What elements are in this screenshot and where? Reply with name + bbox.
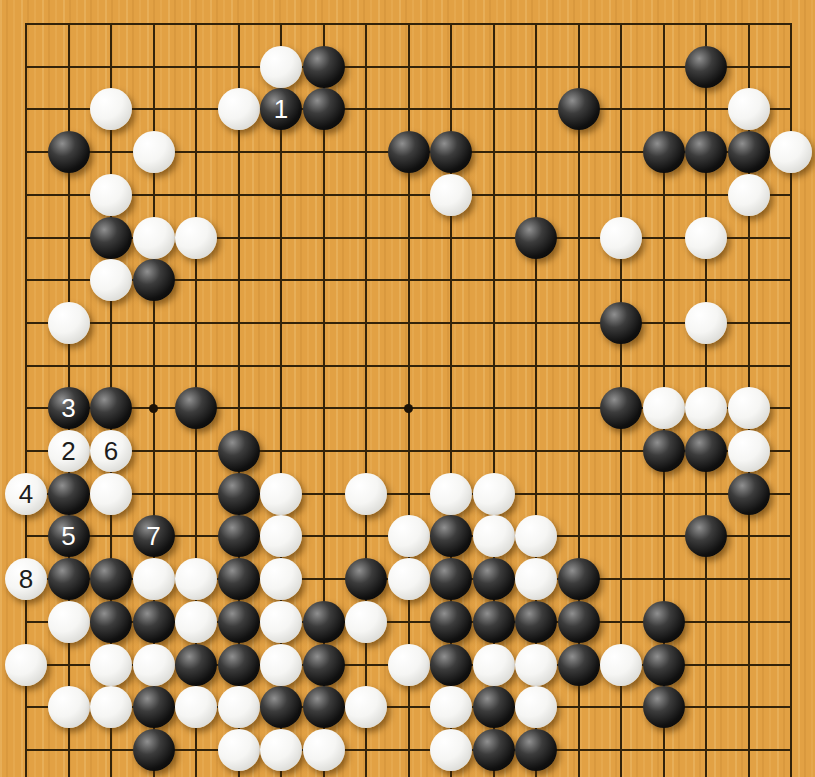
stone-black[interactable] <box>643 430 685 472</box>
stone-white[interactable] <box>643 387 685 429</box>
stone-white[interactable] <box>260 644 302 686</box>
stone-black[interactable] <box>685 131 727 173</box>
move-number-label: 2 <box>61 438 75 464</box>
stone-black[interactable] <box>430 515 472 557</box>
stone-black[interactable] <box>515 601 557 643</box>
stone-black[interactable] <box>728 473 770 515</box>
stone-black[interactable] <box>133 259 175 301</box>
stone-black[interactable] <box>728 131 770 173</box>
stone-black[interactable]: 7 <box>133 515 175 557</box>
stone-black[interactable] <box>218 473 260 515</box>
stone-black[interactable] <box>643 601 685 643</box>
move-number-label: 4 <box>19 481 33 507</box>
stone-black[interactable] <box>430 601 472 643</box>
stone-white[interactable] <box>430 473 472 515</box>
stone-black[interactable] <box>643 686 685 728</box>
move-number-label: 7 <box>146 523 160 549</box>
stone-black[interactable]: 3 <box>48 387 90 429</box>
stone-white[interactable] <box>175 558 217 600</box>
stone-white[interactable] <box>345 473 387 515</box>
stone-white[interactable] <box>175 601 217 643</box>
stone-white[interactable] <box>260 729 302 771</box>
stone-black[interactable] <box>558 644 600 686</box>
stone-black[interactable] <box>218 558 260 600</box>
stone-white[interactable] <box>728 387 770 429</box>
stone-black[interactable] <box>473 601 515 643</box>
stone-white[interactable] <box>515 644 557 686</box>
move-number-label: 5 <box>61 523 75 549</box>
stone-white[interactable] <box>685 302 727 344</box>
stone-black[interactable] <box>473 558 515 600</box>
stone-black[interactable] <box>685 515 727 557</box>
stone-black[interactable] <box>90 601 132 643</box>
stone-white[interactable] <box>600 644 642 686</box>
stone-black[interactable] <box>430 558 472 600</box>
stone-white[interactable] <box>345 686 387 728</box>
grid-line-horizontal <box>25 365 792 367</box>
stone-white[interactable] <box>133 217 175 259</box>
star-point <box>149 404 158 413</box>
stone-white[interactable] <box>260 46 302 88</box>
stone-white[interactable] <box>5 644 47 686</box>
stone-white[interactable] <box>48 601 90 643</box>
stone-black[interactable] <box>600 302 642 344</box>
stone-white[interactable] <box>388 558 430 600</box>
stone-white[interactable] <box>175 686 217 728</box>
stone-white[interactable] <box>303 729 345 771</box>
grid-line-horizontal <box>25 194 792 196</box>
grid-line-horizontal <box>25 322 792 324</box>
stone-white[interactable] <box>48 686 90 728</box>
stone-black[interactable] <box>48 131 90 173</box>
stone-white[interactable] <box>90 473 132 515</box>
stone-black[interactable] <box>175 644 217 686</box>
stone-white[interactable] <box>728 174 770 216</box>
stone-black[interactable]: 1 <box>260 88 302 130</box>
stone-black[interactable] <box>133 686 175 728</box>
stone-black[interactable] <box>303 644 345 686</box>
stone-white[interactable] <box>218 729 260 771</box>
stone-white[interactable] <box>133 558 175 600</box>
stone-white[interactable] <box>728 88 770 130</box>
stone-white[interactable] <box>430 729 472 771</box>
stone-black[interactable] <box>218 430 260 472</box>
stone-white[interactable] <box>218 88 260 130</box>
stone-black[interactable] <box>48 473 90 515</box>
stone-black[interactable] <box>558 601 600 643</box>
stone-black[interactable] <box>48 558 90 600</box>
stone-white[interactable]: 4 <box>5 473 47 515</box>
move-number-label: 6 <box>104 438 118 464</box>
stone-white[interactable] <box>430 174 472 216</box>
stone-black[interactable] <box>558 558 600 600</box>
stone-black[interactable] <box>218 601 260 643</box>
stone-white[interactable] <box>473 473 515 515</box>
grid-line-horizontal <box>25 108 792 110</box>
grid-line-horizontal <box>25 23 792 25</box>
stone-white[interactable] <box>48 302 90 344</box>
stone-black[interactable] <box>685 430 727 472</box>
stone-black[interactable] <box>303 46 345 88</box>
stone-black[interactable]: 5 <box>48 515 90 557</box>
stone-white[interactable] <box>90 174 132 216</box>
grid-line-horizontal <box>25 493 792 495</box>
stone-white[interactable] <box>133 131 175 173</box>
stone-black[interactable] <box>473 729 515 771</box>
stone-black[interactable] <box>218 644 260 686</box>
stone-white[interactable] <box>770 131 812 173</box>
stone-white[interactable] <box>218 686 260 728</box>
move-number-label: 1 <box>274 96 288 122</box>
stone-white[interactable]: 6 <box>90 430 132 472</box>
stone-white[interactable] <box>515 515 557 557</box>
stone-white[interactable] <box>260 473 302 515</box>
stone-white[interactable] <box>90 259 132 301</box>
stone-white[interactable] <box>600 217 642 259</box>
stone-white[interactable] <box>175 217 217 259</box>
stone-black[interactable] <box>90 387 132 429</box>
stone-black[interactable] <box>90 217 132 259</box>
stone-black[interactable] <box>303 88 345 130</box>
stone-white[interactable] <box>133 644 175 686</box>
stone-black[interactable] <box>430 644 472 686</box>
stone-white[interactable]: 2 <box>48 430 90 472</box>
stone-white[interactable] <box>260 601 302 643</box>
stone-white[interactable] <box>388 644 430 686</box>
stone-white[interactable] <box>685 217 727 259</box>
stone-white[interactable] <box>515 686 557 728</box>
stone-black[interactable] <box>175 387 217 429</box>
stone-white[interactable] <box>473 644 515 686</box>
stone-black[interactable] <box>133 729 175 771</box>
stone-black[interactable] <box>600 387 642 429</box>
stone-white[interactable] <box>260 558 302 600</box>
go-board[interactable]: 13264578 <box>0 0 815 777</box>
stone-white[interactable] <box>90 686 132 728</box>
stone-black[interactable] <box>643 131 685 173</box>
star-point <box>404 404 413 413</box>
stone-white[interactable] <box>345 601 387 643</box>
stone-black[interactable] <box>473 686 515 728</box>
stone-black[interactable] <box>345 558 387 600</box>
move-number-label: 3 <box>61 395 75 421</box>
move-number-label: 8 <box>19 566 33 592</box>
stone-white[interactable] <box>388 515 430 557</box>
stone-black[interactable] <box>430 131 472 173</box>
stone-white[interactable]: 8 <box>5 558 47 600</box>
stone-white[interactable] <box>430 686 472 728</box>
stone-black[interactable] <box>558 88 600 130</box>
stone-white[interactable] <box>515 558 557 600</box>
stone-black[interactable] <box>303 686 345 728</box>
stone-black[interactable] <box>388 131 430 173</box>
stone-black[interactable] <box>90 558 132 600</box>
stone-black[interactable] <box>260 686 302 728</box>
stone-white[interactable] <box>90 88 132 130</box>
stone-black[interactable] <box>515 729 557 771</box>
stone-white[interactable] <box>685 387 727 429</box>
stone-white[interactable] <box>90 644 132 686</box>
stone-black[interactable] <box>643 644 685 686</box>
stone-black[interactable] <box>303 601 345 643</box>
stone-white[interactable] <box>473 515 515 557</box>
stone-white[interactable] <box>728 430 770 472</box>
stone-black[interactable] <box>218 515 260 557</box>
stone-black[interactable] <box>515 217 557 259</box>
stone-black[interactable] <box>685 46 727 88</box>
stone-black[interactable] <box>133 601 175 643</box>
stone-white[interactable] <box>260 515 302 557</box>
grid-line-horizontal <box>25 66 792 68</box>
